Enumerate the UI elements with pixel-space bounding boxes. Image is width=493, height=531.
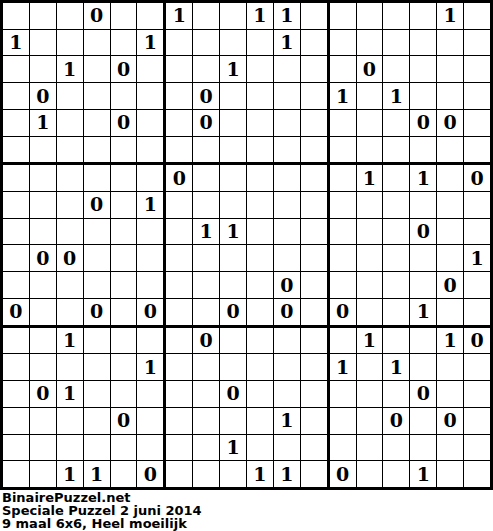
cell-p6-r6-c5[interactable] bbox=[437, 299, 463, 325]
cell-p6-r5-c1[interactable] bbox=[330, 272, 356, 298]
cell-p8-r2-c5[interactable] bbox=[274, 354, 300, 380]
cell-p9-r4-c6[interactable] bbox=[464, 408, 490, 434]
cell-p7-r3-c1[interactable] bbox=[3, 381, 29, 407]
cell-p2-r6-c5[interactable] bbox=[274, 137, 300, 163]
cell-p5-r1-c1: 0 bbox=[166, 165, 192, 191]
cell-p3-r3-c2: 0 bbox=[357, 56, 383, 82]
cell-p8-r4-c1[interactable] bbox=[166, 408, 192, 434]
cell-p8-r2-c6[interactable] bbox=[301, 354, 327, 380]
cell-p2-r4-c5[interactable] bbox=[274, 83, 300, 109]
cell-p3-r4-c4[interactable] bbox=[410, 83, 436, 109]
cell-p7-r6-c6: 0 bbox=[137, 461, 163, 487]
cell-p7-r4-c3[interactable] bbox=[57, 408, 83, 434]
cell-p8-r3-c4[interactable] bbox=[247, 381, 273, 407]
cell-p1-r5-c5: 0 bbox=[111, 110, 137, 136]
cell-p2-r1-c1: 1 bbox=[166, 3, 192, 29]
cell-p2-r5-c4[interactable] bbox=[247, 110, 273, 136]
cell-p7-r6-c4: 1 bbox=[84, 461, 110, 487]
cell-p5-r4-c2[interactable] bbox=[193, 245, 219, 271]
cell-p6-r6-c2[interactable] bbox=[357, 299, 383, 325]
cell-p2-r5-c6[interactable] bbox=[301, 110, 327, 136]
cell-p6-r4-c2[interactable] bbox=[357, 245, 383, 271]
cell-p2-r2-c6[interactable] bbox=[301, 30, 327, 56]
cell-p1-r1-c5[interactable] bbox=[111, 3, 137, 29]
cell-p5-r1-c2[interactable] bbox=[193, 165, 219, 191]
cell-p4-r1-c3[interactable] bbox=[57, 165, 83, 191]
cell-p4-r6-c1: 0 bbox=[3, 299, 29, 325]
cell-p7-r6-c3: 1 bbox=[57, 461, 83, 487]
cell-p6-r2-c5[interactable] bbox=[437, 192, 463, 218]
cell-p6-r2-c6[interactable] bbox=[464, 192, 490, 218]
cell-p3-r2-c4[interactable] bbox=[410, 30, 436, 56]
cell-p1-r5-c2: 1 bbox=[30, 110, 56, 136]
cell-p5-r1-c3[interactable] bbox=[220, 165, 246, 191]
cell-p8-r1-c5[interactable] bbox=[274, 328, 300, 354]
cell-p1-r1-c4: 0 bbox=[84, 3, 110, 29]
cell-p8-r6-c3[interactable] bbox=[220, 461, 246, 487]
cell-p8-r1-c4[interactable] bbox=[247, 328, 273, 354]
cell-p9-r5-c3[interactable] bbox=[383, 435, 409, 461]
cell-p8-r5-c4[interactable] bbox=[247, 435, 273, 461]
cell-p2-r3-c5[interactable] bbox=[274, 56, 300, 82]
cell-p5-r5-c6[interactable] bbox=[301, 272, 327, 298]
cell-p6-r3-c3[interactable] bbox=[383, 219, 409, 245]
cell-p6-r1-c3[interactable] bbox=[383, 165, 409, 191]
cell-p2-r4-c1[interactable] bbox=[166, 83, 192, 109]
cell-p4-r3-c5[interactable] bbox=[111, 219, 137, 245]
cell-p3-r1-c5: 1 bbox=[437, 3, 463, 29]
cell-p4-r1-c1[interactable] bbox=[3, 165, 29, 191]
cell-p7-r2-c2[interactable] bbox=[30, 354, 56, 380]
cell-p5-r6-c5: 0 bbox=[274, 299, 300, 325]
cell-p4-r2-c4: 0 bbox=[84, 192, 110, 218]
cell-p3-r6-c5[interactable] bbox=[437, 137, 463, 163]
cell-p7-r5-c4[interactable] bbox=[84, 435, 110, 461]
cell-p8-r5-c1[interactable] bbox=[166, 435, 192, 461]
cell-p7-r4-c2[interactable] bbox=[30, 408, 56, 434]
cell-p3-r5-c2[interactable] bbox=[357, 110, 383, 136]
cell-p7-r1-c2[interactable] bbox=[30, 328, 56, 354]
cell-p4-r6-c3[interactable] bbox=[57, 299, 83, 325]
cell-p4-r1-c4[interactable] bbox=[84, 165, 110, 191]
cell-p7-r2-c5[interactable] bbox=[111, 354, 137, 380]
cell-p9-r3-c6[interactable] bbox=[464, 381, 490, 407]
cell-p5-r2-c2[interactable] bbox=[193, 192, 219, 218]
cell-p8-r4-c6[interactable] bbox=[301, 408, 327, 434]
cell-p3-r1-c3[interactable] bbox=[383, 3, 409, 29]
puzzle-bottom-center: 001111 bbox=[166, 328, 326, 487]
cell-p5-r4-c4[interactable] bbox=[247, 245, 273, 271]
cell-p6-r6-c6[interactable] bbox=[464, 299, 490, 325]
cell-p9-r1-c5: 1 bbox=[437, 328, 463, 354]
cell-p1-r5-c3[interactable] bbox=[57, 110, 83, 136]
cell-p3-r3-c1[interactable] bbox=[330, 56, 356, 82]
cell-p8-r5-c5[interactable] bbox=[274, 435, 300, 461]
cell-p8-r6-c6[interactable] bbox=[301, 461, 327, 487]
cell-p9-r5-c2[interactable] bbox=[357, 435, 383, 461]
cell-p2-r1-c3[interactable] bbox=[220, 3, 246, 29]
cell-p4-r4-c2: 0 bbox=[30, 245, 56, 271]
cell-p8-r6-c1[interactable] bbox=[166, 461, 192, 487]
cell-p4-r6-c5[interactable] bbox=[111, 299, 137, 325]
cell-p3-r1-c6[interactable] bbox=[464, 3, 490, 29]
cell-p6-r6-c3[interactable] bbox=[383, 299, 409, 325]
cell-p1-r2-c5[interactable] bbox=[111, 30, 137, 56]
cell-p3-r5-c3[interactable] bbox=[383, 110, 409, 136]
cell-p8-r2-c2[interactable] bbox=[193, 354, 219, 380]
cell-p5-r1-c4[interactable] bbox=[247, 165, 273, 191]
cell-p6-r3-c1[interactable] bbox=[330, 219, 356, 245]
cell-p2-r3-c4[interactable] bbox=[247, 56, 273, 82]
cell-p9-r2-c5[interactable] bbox=[437, 354, 463, 380]
cell-p1-r6-c1[interactable] bbox=[3, 137, 29, 163]
cell-p6-r1-c5[interactable] bbox=[437, 165, 463, 191]
cell-p8-r1-c6[interactable] bbox=[301, 328, 327, 354]
cell-p7-r2-c1[interactable] bbox=[3, 354, 29, 380]
cell-p6-r4-c3[interactable] bbox=[383, 245, 409, 271]
cell-p1-r4-c3[interactable] bbox=[57, 83, 83, 109]
cell-p8-r3-c2[interactable] bbox=[193, 381, 219, 407]
cell-p6-r5-c4[interactable] bbox=[410, 272, 436, 298]
cell-p7-r5-c5[interactable] bbox=[111, 435, 137, 461]
cell-p4-r5-c6[interactable] bbox=[137, 272, 163, 298]
cell-p5-r3-c6[interactable] bbox=[301, 219, 327, 245]
cell-p4-r3-c6[interactable] bbox=[137, 219, 163, 245]
cell-p1-r6-c3[interactable] bbox=[57, 137, 83, 163]
cell-p5-r3-c1[interactable] bbox=[166, 219, 192, 245]
cell-p6-r1-c2: 1 bbox=[357, 165, 383, 191]
cell-p9-r6-c6[interactable] bbox=[464, 461, 490, 487]
cell-p1-r4-c2: 0 bbox=[30, 83, 56, 109]
cell-p3-r1-c2[interactable] bbox=[357, 3, 383, 29]
cell-p7-r3-c6[interactable] bbox=[137, 381, 163, 407]
cell-p3-r1-c1[interactable] bbox=[330, 3, 356, 29]
cell-p1-r3-c2[interactable] bbox=[30, 56, 56, 82]
cell-p1-r4-c4[interactable] bbox=[84, 83, 110, 109]
cell-p4-r2-c1[interactable] bbox=[3, 192, 29, 218]
cell-p5-r2-c4[interactable] bbox=[247, 192, 273, 218]
cell-p7-r1-c6[interactable] bbox=[137, 328, 163, 354]
cell-p1-r5-c1[interactable] bbox=[3, 110, 29, 136]
cell-p3-r2-c5[interactable] bbox=[437, 30, 463, 56]
cell-p5-r6-c4[interactable] bbox=[247, 299, 273, 325]
cell-p5-r5-c3[interactable] bbox=[220, 272, 246, 298]
cell-p8-r1-c3[interactable] bbox=[220, 328, 246, 354]
cell-p4-r4-c3: 0 bbox=[57, 245, 83, 271]
cell-p9-r6-c5[interactable] bbox=[437, 461, 463, 487]
cell-p6-r3-c5[interactable] bbox=[437, 219, 463, 245]
cell-p7-r1-c3: 1 bbox=[57, 328, 83, 354]
cell-p9-r2-c4[interactable] bbox=[410, 354, 436, 380]
cell-p6-r1-c6: 0 bbox=[464, 165, 490, 191]
cell-p2-r4-c3[interactable] bbox=[220, 83, 246, 109]
cell-p8-r4-c5: 1 bbox=[274, 408, 300, 434]
cell-p7-r3-c4[interactable] bbox=[84, 381, 110, 407]
cell-p9-r3-c3[interactable] bbox=[383, 381, 409, 407]
cell-p7-r2-c4[interactable] bbox=[84, 354, 110, 380]
cell-p9-r2-c6[interactable] bbox=[464, 354, 490, 380]
cell-p8-r6-c2[interactable] bbox=[193, 461, 219, 487]
cell-p9-r4-c4[interactable] bbox=[410, 408, 436, 434]
cell-p4-r2-c2[interactable] bbox=[30, 192, 56, 218]
cell-p3-r3-c5[interactable] bbox=[437, 56, 463, 82]
cell-p7-r6-c1[interactable] bbox=[3, 461, 29, 487]
cell-p5-r6-c1[interactable] bbox=[166, 299, 192, 325]
cell-p8-r1-c1[interactable] bbox=[166, 328, 192, 354]
cell-p1-r1-c1[interactable] bbox=[3, 3, 29, 29]
cell-p6-r2-c3[interactable] bbox=[383, 192, 409, 218]
cell-p2-r2-c1[interactable] bbox=[166, 30, 192, 56]
cell-p1-r2-c2[interactable] bbox=[30, 30, 56, 56]
cell-p4-r3-c3[interactable] bbox=[57, 219, 83, 245]
cell-p5-r2-c6[interactable] bbox=[301, 192, 327, 218]
cell-p2-r3-c1[interactable] bbox=[166, 56, 192, 82]
cell-p1-r4-c5[interactable] bbox=[111, 83, 137, 109]
cell-p9-r3-c5[interactable] bbox=[437, 381, 463, 407]
cell-p6-r2-c4[interactable] bbox=[410, 192, 436, 218]
cell-p4-r3-c4[interactable] bbox=[84, 219, 110, 245]
cell-p4-r6-c2[interactable] bbox=[30, 299, 56, 325]
cell-p4-r2-c5[interactable] bbox=[111, 192, 137, 218]
cell-p5-r5-c1[interactable] bbox=[166, 272, 192, 298]
cell-p2-r6-c2[interactable] bbox=[193, 137, 219, 163]
cell-p7-r5-c2[interactable] bbox=[30, 435, 56, 461]
cell-p2-r4-c6[interactable] bbox=[301, 83, 327, 109]
cell-p6-r4-c1[interactable] bbox=[330, 245, 356, 271]
cell-p6-r1-c1[interactable] bbox=[330, 165, 356, 191]
cell-p2-r2-c2[interactable] bbox=[193, 30, 219, 56]
cell-p3-r2-c3[interactable] bbox=[383, 30, 409, 56]
cell-p3-r4-c2[interactable] bbox=[357, 83, 383, 109]
cell-p3-r3-c6[interactable] bbox=[464, 56, 490, 82]
cell-p8-r4-c4[interactable] bbox=[247, 408, 273, 434]
cell-p4-r3-c1[interactable] bbox=[3, 219, 29, 245]
cell-p6-r5-c3[interactable] bbox=[383, 272, 409, 298]
cell-p7-r6-c2[interactable] bbox=[30, 461, 56, 487]
cell-p3-r2-c6[interactable] bbox=[464, 30, 490, 56]
cell-p9-r1-c1[interactable] bbox=[330, 328, 356, 354]
puzzle-middle-right: 11001001 bbox=[330, 165, 490, 324]
cell-p3-r6-c4[interactable] bbox=[410, 137, 436, 163]
cell-p9-r5-c1[interactable] bbox=[330, 435, 356, 461]
cell-p2-r3-c2[interactable] bbox=[193, 56, 219, 82]
cell-p7-r1-c1[interactable] bbox=[3, 328, 29, 354]
cell-p7-r2-c3[interactable] bbox=[57, 354, 83, 380]
cell-p9-r5-c5[interactable] bbox=[437, 435, 463, 461]
cell-p9-r2-c2[interactable] bbox=[357, 354, 383, 380]
cell-p9-r5-c6[interactable] bbox=[464, 435, 490, 461]
cell-p3-r3-c4[interactable] bbox=[410, 56, 436, 82]
cell-p3-r6-c2[interactable] bbox=[357, 137, 383, 163]
cell-p3-r6-c3[interactable] bbox=[383, 137, 409, 163]
cell-p3-r4-c5[interactable] bbox=[437, 83, 463, 109]
cell-p8-r3-c5[interactable] bbox=[274, 381, 300, 407]
cell-p1-r1-c2[interactable] bbox=[30, 3, 56, 29]
cell-p5-r4-c6[interactable] bbox=[301, 245, 327, 271]
cell-p8-r5-c2[interactable] bbox=[193, 435, 219, 461]
cell-p8-r5-c6[interactable] bbox=[301, 435, 327, 461]
cell-p4-r5-c5[interactable] bbox=[111, 272, 137, 298]
cell-p4-r6-c4: 0 bbox=[84, 299, 110, 325]
cell-p2-r4-c4[interactable] bbox=[247, 83, 273, 109]
cell-p9-r1-c2: 1 bbox=[357, 328, 383, 354]
cell-p2-r5-c1[interactable] bbox=[166, 110, 192, 136]
cell-p1-r2-c1: 1 bbox=[3, 30, 29, 56]
cell-p6-r4-c5[interactable] bbox=[437, 245, 463, 271]
cell-p3-r3-c3[interactable] bbox=[383, 56, 409, 82]
cell-p6-r5-c6[interactable] bbox=[464, 272, 490, 298]
cell-p4-r5-c1[interactable] bbox=[3, 272, 29, 298]
cell-p9-r1-c4[interactable] bbox=[410, 328, 436, 354]
cell-p5-r4-c3[interactable] bbox=[220, 245, 246, 271]
cell-p5-r1-c6[interactable] bbox=[301, 165, 327, 191]
cell-p1-r6-c2[interactable] bbox=[30, 137, 56, 163]
cell-p4-r2-c6: 1 bbox=[137, 192, 163, 218]
cell-p1-r1-c6[interactable] bbox=[137, 3, 163, 29]
cell-p4-r1-c2[interactable] bbox=[30, 165, 56, 191]
cell-p5-r3-c3: 1 bbox=[220, 219, 246, 245]
cell-p5-r3-c5[interactable] bbox=[274, 219, 300, 245]
cell-p6-r5-c5: 0 bbox=[437, 272, 463, 298]
cell-p5-r1-c5[interactable] bbox=[274, 165, 300, 191]
cell-p4-r4-c1[interactable] bbox=[3, 245, 29, 271]
puzzle-difficulty: 9 maal 6x6, Heel moeilijk bbox=[2, 517, 493, 530]
cell-p4-r6-c6: 0 bbox=[137, 299, 163, 325]
cell-p4-r4-c4[interactable] bbox=[84, 245, 110, 271]
cell-p5-r4-c5[interactable] bbox=[274, 245, 300, 271]
cell-p1-r2-c4[interactable] bbox=[84, 30, 110, 56]
cell-p3-r5-c4: 0 bbox=[410, 110, 436, 136]
puzzle-center: 011000 bbox=[166, 165, 326, 324]
cell-p1-r3-c1[interactable] bbox=[3, 56, 29, 82]
cell-p1-r1-c3[interactable] bbox=[57, 3, 83, 29]
cell-p2-r1-c6[interactable] bbox=[301, 3, 327, 29]
cell-p1-r5-c4[interactable] bbox=[84, 110, 110, 136]
cell-p1-r6-c4[interactable] bbox=[84, 137, 110, 163]
cell-p5-r5-c2[interactable] bbox=[193, 272, 219, 298]
cell-p6-r2-c1[interactable] bbox=[330, 192, 356, 218]
cell-p7-r4-c1[interactable] bbox=[3, 408, 29, 434]
cell-p8-r4-c2[interactable] bbox=[193, 408, 219, 434]
puzzle-middle-left: 0100000 bbox=[3, 165, 163, 324]
cell-p5-r5-c4[interactable] bbox=[247, 272, 273, 298]
cell-p2-r6-c4[interactable] bbox=[247, 137, 273, 163]
cell-p7-r1-c4[interactable] bbox=[84, 328, 110, 354]
cell-p4-r1-c6[interactable] bbox=[137, 165, 163, 191]
cell-p9-r4-c2[interactable] bbox=[357, 408, 383, 434]
cell-p2-r2-c3[interactable] bbox=[220, 30, 246, 56]
cell-p7-r3-c5[interactable] bbox=[111, 381, 137, 407]
cell-p9-r5-c4[interactable] bbox=[410, 435, 436, 461]
cell-p4-r5-c4[interactable] bbox=[84, 272, 110, 298]
cell-p4-r1-c5[interactable] bbox=[111, 165, 137, 191]
cell-p5-r4-c1[interactable] bbox=[166, 245, 192, 271]
cell-p4-r4-c6[interactable] bbox=[137, 245, 163, 271]
cell-p5-r2-c1[interactable] bbox=[166, 192, 192, 218]
cell-p4-r2-c3[interactable] bbox=[57, 192, 83, 218]
cell-p4-r5-c3[interactable] bbox=[57, 272, 83, 298]
cell-p3-r6-c6[interactable] bbox=[464, 137, 490, 163]
cell-p1-r3-c4[interactable] bbox=[84, 56, 110, 82]
cell-p8-r2-c1[interactable] bbox=[166, 354, 192, 380]
cell-p4-r4-c5[interactable] bbox=[111, 245, 137, 271]
cell-p4-r5-c2[interactable] bbox=[30, 272, 56, 298]
cell-p2-r5-c5[interactable] bbox=[274, 110, 300, 136]
cell-p1-r4-c6[interactable] bbox=[137, 83, 163, 109]
cell-p7-r3-c2: 0 bbox=[30, 381, 56, 407]
cell-p7-r1-c5[interactable] bbox=[111, 328, 137, 354]
cell-p1-r4-c1[interactable] bbox=[3, 83, 29, 109]
cell-p8-r3-c1[interactable] bbox=[166, 381, 192, 407]
cell-p1-r5-c6[interactable] bbox=[137, 110, 163, 136]
cell-p9-r3-c1[interactable] bbox=[330, 381, 356, 407]
cell-p5-r2-c5[interactable] bbox=[274, 192, 300, 218]
cell-p3-r1-c4[interactable] bbox=[410, 3, 436, 29]
cell-p8-r4-c3[interactable] bbox=[220, 408, 246, 434]
cell-p8-r3-c6[interactable] bbox=[301, 381, 327, 407]
cell-p1-r6-c5[interactable] bbox=[111, 137, 137, 163]
cell-p8-r2-c3[interactable] bbox=[220, 354, 246, 380]
cell-p6-r3-c6[interactable] bbox=[464, 219, 490, 245]
cell-p7-r5-c1[interactable] bbox=[3, 435, 29, 461]
cell-p3-r4-c6[interactable] bbox=[464, 83, 490, 109]
cell-p5-r6-c2[interactable] bbox=[193, 299, 219, 325]
cell-p6-r3-c2[interactable] bbox=[357, 219, 383, 245]
cell-p2-r6-c3[interactable] bbox=[220, 137, 246, 163]
cell-p6-r3-c4: 0 bbox=[410, 219, 436, 245]
cell-p9-r6-c3[interactable] bbox=[383, 461, 409, 487]
cell-p9-r4-c1[interactable] bbox=[330, 408, 356, 434]
cell-p1-r6-c6[interactable] bbox=[137, 137, 163, 163]
cell-p3-r6-c1[interactable] bbox=[330, 137, 356, 163]
cell-p3-r5-c1[interactable] bbox=[330, 110, 356, 136]
cell-p3-r2-c1[interactable] bbox=[330, 30, 356, 56]
cell-p9-r2-c3: 1 bbox=[383, 354, 409, 380]
cell-p7-r5-c3[interactable] bbox=[57, 435, 83, 461]
cell-p5-r6-c3: 0 bbox=[220, 299, 246, 325]
cell-p6-r2-c2[interactable] bbox=[357, 192, 383, 218]
cell-p2-r3-c6[interactable] bbox=[301, 56, 327, 82]
cell-p9-r3-c2[interactable] bbox=[357, 381, 383, 407]
cell-p6-r5-c2[interactable] bbox=[357, 272, 383, 298]
cell-p1-r2-c3[interactable] bbox=[57, 30, 83, 56]
cell-p2-r6-c1[interactable] bbox=[166, 137, 192, 163]
cell-p5-r3-c4[interactable] bbox=[247, 219, 273, 245]
cell-p1-r3-c6[interactable] bbox=[137, 56, 163, 82]
cell-p7-r5-c6[interactable] bbox=[137, 435, 163, 461]
cell-p4-r3-c2[interactable] bbox=[30, 219, 56, 245]
cell-p9-r6-c1: 0 bbox=[330, 461, 356, 487]
cell-p7-r4-c4[interactable] bbox=[84, 408, 110, 434]
cell-p9-r1-c6: 0 bbox=[464, 328, 490, 354]
cell-p2-r2-c4[interactable] bbox=[247, 30, 273, 56]
cell-p2-r1-c2[interactable] bbox=[193, 3, 219, 29]
cell-p9-r1-c3[interactable] bbox=[383, 328, 409, 354]
cell-p2-r5-c3[interactable] bbox=[220, 110, 246, 136]
cell-p5-r6-c6[interactable] bbox=[301, 299, 327, 325]
cell-p3-r5-c6[interactable] bbox=[464, 110, 490, 136]
cell-p9-r6-c2[interactable] bbox=[357, 461, 383, 487]
cell-p5-r2-c3[interactable] bbox=[220, 192, 246, 218]
cell-p8-r2-c4[interactable] bbox=[247, 354, 273, 380]
cell-p7-r4-c6[interactable] bbox=[137, 408, 163, 434]
cell-p7-r6-c5[interactable] bbox=[111, 461, 137, 487]
cell-p6-r4-c4[interactable] bbox=[410, 245, 436, 271]
cell-p9-r6-c4: 1 bbox=[410, 461, 436, 487]
puzzle-bottom-left: 11010110 bbox=[3, 328, 163, 487]
cell-p2-r6-c6[interactable] bbox=[301, 137, 327, 163]
cell-p3-r2-c2[interactable] bbox=[357, 30, 383, 56]
